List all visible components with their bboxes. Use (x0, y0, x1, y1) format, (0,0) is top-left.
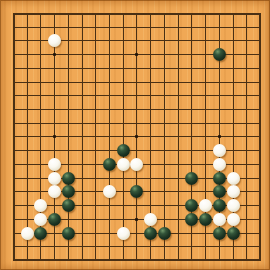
black-stone (48, 213, 61, 226)
white-stone (213, 144, 226, 157)
grid-line-vertical (246, 13, 247, 262)
black-stone (103, 158, 116, 171)
black-stone (130, 185, 143, 198)
white-stone (21, 227, 34, 240)
black-stone (185, 199, 198, 212)
black-stone (158, 227, 171, 240)
grid-line-vertical (178, 13, 179, 262)
black-stone (62, 199, 75, 212)
go-board[interactable] (0, 0, 270, 270)
grid-line-horizontal (13, 259, 262, 261)
white-stone (34, 213, 47, 226)
black-stone (144, 227, 157, 240)
black-stone (227, 227, 240, 240)
white-stone (213, 158, 226, 171)
grid-line-vertical (164, 13, 165, 262)
white-stone (227, 185, 240, 198)
star-point (53, 53, 56, 56)
white-stone (130, 158, 143, 171)
black-stone (117, 144, 130, 157)
black-stone (213, 172, 226, 185)
white-stone (199, 199, 212, 212)
white-stone (103, 185, 116, 198)
black-stone (62, 227, 75, 240)
black-stone (185, 172, 198, 185)
white-stone (48, 185, 61, 198)
black-stone (62, 172, 75, 185)
white-stone (48, 34, 61, 47)
white-stone (227, 213, 240, 226)
white-stone (144, 213, 157, 226)
white-stone (213, 213, 226, 226)
white-stone (117, 158, 130, 171)
black-stone (34, 227, 47, 240)
black-stone (213, 227, 226, 240)
grid-line-horizontal (13, 246, 262, 247)
white-stone (227, 199, 240, 212)
white-stone (227, 172, 240, 185)
black-stone (213, 199, 226, 212)
black-stone (213, 48, 226, 61)
black-stone (62, 185, 75, 198)
white-stone (34, 199, 47, 212)
black-stone (199, 213, 212, 226)
screenshot (0, 0, 270, 270)
white-stone (117, 227, 130, 240)
black-stone (213, 185, 226, 198)
black-stone (185, 213, 198, 226)
white-stone (48, 158, 61, 171)
grid-line-vertical (259, 13, 261, 262)
white-stone (48, 172, 61, 185)
